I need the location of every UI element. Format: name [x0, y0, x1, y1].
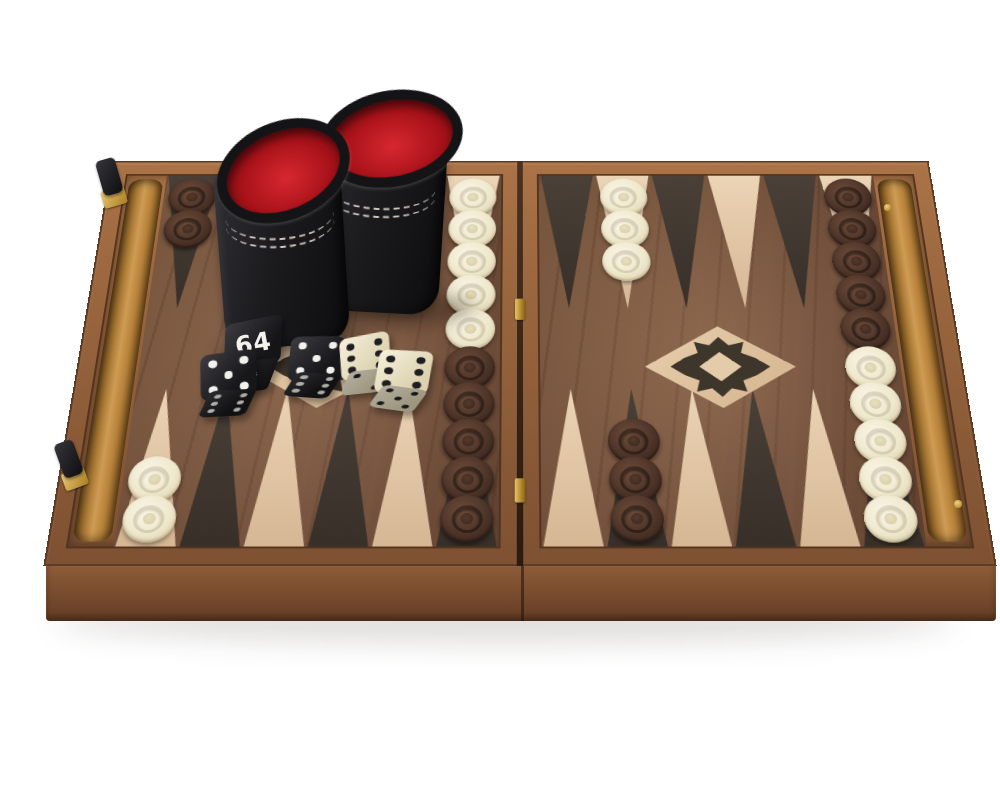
die-pip — [295, 382, 305, 386]
die-pip — [393, 396, 403, 401]
die-pip — [210, 402, 219, 407]
brass-hinge — [515, 299, 525, 320]
point[interactable] — [306, 389, 379, 547]
die-pip — [233, 408, 242, 413]
die-pip — [347, 355, 355, 363]
die-pip — [208, 360, 217, 369]
brass-hinge — [515, 478, 526, 502]
die-pip — [414, 369, 424, 376]
brown-checker[interactable] — [440, 495, 494, 543]
black-die-1[interactable] — [199, 351, 258, 418]
black-die-2[interactable] — [287, 334, 345, 400]
point[interactable] — [662, 389, 735, 547]
brass-pin — [954, 500, 962, 508]
die-pip — [410, 392, 420, 397]
clasp-strap — [95, 157, 124, 197]
die-pip — [401, 404, 411, 409]
brass-pin — [884, 204, 891, 211]
die-pip — [346, 343, 354, 351]
die-pip — [416, 357, 426, 364]
backgammon-case — [43, 161, 996, 566]
point[interactable] — [706, 176, 775, 309]
brown-checker[interactable] — [609, 495, 664, 543]
die-pip — [384, 368, 394, 375]
point[interactable] — [722, 389, 798, 547]
point[interactable] — [539, 176, 599, 309]
die-pip — [374, 338, 382, 346]
case-front-seam — [521, 563, 524, 621]
die-pip — [376, 401, 386, 406]
backgammon-set-photo: 64 4 — [0, 0, 1000, 800]
white-die-2[interactable] — [372, 347, 433, 415]
die-pip — [386, 355, 396, 362]
ivory-checker[interactable] — [119, 495, 179, 543]
die-pip — [236, 400, 245, 405]
die-pip — [316, 391, 326, 395]
clasp-strap — [53, 439, 84, 480]
right-interior — [539, 176, 972, 547]
die-pip — [328, 342, 337, 349]
center-diamond-motif — [643, 326, 800, 408]
point[interactable] — [370, 389, 439, 547]
die-pip — [312, 355, 321, 362]
die-pip — [299, 376, 309, 380]
die-pip — [320, 384, 330, 388]
die-pip — [353, 374, 361, 379]
die-pip — [239, 356, 248, 365]
die-pip — [298, 343, 307, 350]
checker-stack — [440, 176, 497, 543]
die-pip — [291, 389, 301, 393]
right-playing-field — [539, 176, 927, 547]
die-pip — [240, 393, 249, 398]
point[interactable] — [650, 176, 716, 309]
die-pip — [213, 394, 222, 399]
die-pip — [206, 409, 215, 414]
ivory-checker[interactable] — [861, 495, 921, 543]
die-pip — [224, 371, 233, 380]
case-front-face — [46, 563, 996, 621]
point[interactable] — [540, 389, 605, 547]
die-pip — [412, 381, 422, 388]
point[interactable] — [762, 176, 834, 309]
right-board-half — [520, 161, 997, 566]
center-hinge-seam — [517, 161, 523, 566]
die-pip — [385, 388, 395, 393]
die-pip — [325, 377, 335, 381]
